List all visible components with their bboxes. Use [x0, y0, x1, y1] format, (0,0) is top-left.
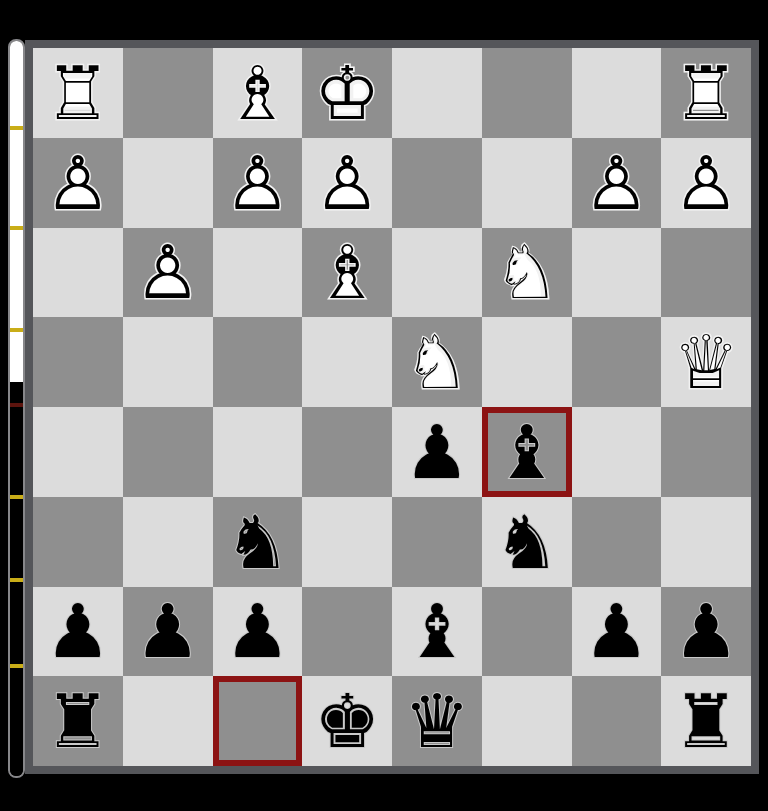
square-b8[interactable] [572, 676, 662, 766]
square-g8[interactable] [123, 676, 213, 766]
square-h2[interactable]: ♟♙ [33, 138, 123, 228]
square-g1[interactable] [123, 48, 213, 138]
square-b3[interactable] [572, 228, 662, 318]
black-rook[interactable] [661, 676, 751, 766]
eval-tick [10, 226, 23, 230]
black-pawn[interactable] [213, 587, 303, 677]
square-e1[interactable]: ♚♔ [302, 48, 392, 138]
square-c8[interactable] [482, 676, 572, 766]
eval-tick [10, 664, 23, 668]
eval-tick [10, 495, 23, 499]
square-a7[interactable]: ♟ [661, 587, 751, 677]
white-king[interactable] [302, 48, 392, 138]
evaluation-bar [8, 39, 25, 778]
white-knight[interactable] [482, 228, 572, 318]
square-g7[interactable]: ♟ [123, 587, 213, 677]
white-knight[interactable] [392, 317, 482, 407]
black-pawn[interactable] [123, 587, 213, 677]
square-e7[interactable] [302, 587, 392, 677]
square-a1[interactable]: ♜♖ [661, 48, 751, 138]
white-pawn[interactable] [572, 138, 662, 228]
eval-tick [10, 578, 23, 582]
black-pawn[interactable] [33, 587, 123, 677]
square-c1[interactable] [482, 48, 572, 138]
white-rook[interactable] [661, 48, 751, 138]
square-h6[interactable] [33, 497, 123, 587]
chess-app-screen: ♜♖♝♗♚♔♜♖♟♙♟♙♟♙♟♙♟♙♟♙♝♗♞♘♞♘♛♕♟♝♞♞♟♟♟♝♟♟♜♚… [0, 0, 768, 811]
black-pawn[interactable] [661, 587, 751, 677]
square-g4[interactable] [123, 317, 213, 407]
square-a6[interactable] [661, 497, 751, 587]
square-c3[interactable]: ♞♘ [482, 228, 572, 318]
eval-center-tick [10, 403, 23, 407]
square-c7[interactable] [482, 587, 572, 677]
chess-board: ♜♖♝♗♚♔♜♖♟♙♟♙♟♙♟♙♟♙♟♙♝♗♞♘♞♘♛♕♟♝♞♞♟♟♟♝♟♟♜♚… [33, 48, 751, 766]
square-f7[interactable]: ♟ [213, 587, 303, 677]
square-b5[interactable] [572, 407, 662, 497]
square-f4[interactable] [213, 317, 303, 407]
white-bishop[interactable] [302, 228, 392, 318]
black-king[interactable] [302, 676, 392, 766]
square-d2[interactable] [392, 138, 482, 228]
square-d4[interactable]: ♞♘ [392, 317, 482, 407]
square-b7[interactable]: ♟ [572, 587, 662, 677]
square-g2[interactable] [123, 138, 213, 228]
black-queen[interactable] [392, 676, 482, 766]
white-queen[interactable] [661, 317, 751, 407]
black-bishop[interactable] [392, 587, 482, 677]
square-h5[interactable] [33, 407, 123, 497]
square-e3[interactable]: ♝♗ [302, 228, 392, 318]
square-c4[interactable] [482, 317, 572, 407]
square-f1[interactable]: ♝♗ [213, 48, 303, 138]
square-h7[interactable]: ♟ [33, 587, 123, 677]
square-d7[interactable]: ♝ [392, 587, 482, 677]
square-d1[interactable] [392, 48, 482, 138]
square-a5[interactable] [661, 407, 751, 497]
eval-tick [10, 126, 23, 130]
square-b2[interactable]: ♟♙ [572, 138, 662, 228]
square-g5[interactable] [123, 407, 213, 497]
square-f5[interactable] [213, 407, 303, 497]
white-pawn[interactable] [123, 228, 213, 318]
white-pawn[interactable] [302, 138, 392, 228]
square-c5[interactable]: ♝ [482, 407, 572, 497]
square-b6[interactable] [572, 497, 662, 587]
square-e8[interactable]: ♚ [302, 676, 392, 766]
square-a4[interactable]: ♛♕ [661, 317, 751, 407]
square-e4[interactable] [302, 317, 392, 407]
square-g3[interactable]: ♟♙ [123, 228, 213, 318]
square-e6[interactable] [302, 497, 392, 587]
square-h1[interactable]: ♜♖ [33, 48, 123, 138]
black-knight[interactable] [482, 497, 572, 587]
square-a2[interactable]: ♟♙ [661, 138, 751, 228]
square-e5[interactable] [302, 407, 392, 497]
black-knight[interactable] [213, 497, 303, 587]
square-c2[interactable] [482, 138, 572, 228]
square-b1[interactable] [572, 48, 662, 138]
black-pawn[interactable] [392, 407, 482, 497]
square-d6[interactable] [392, 497, 482, 587]
black-rook[interactable] [33, 676, 123, 766]
square-h3[interactable] [33, 228, 123, 318]
eval-tick [10, 328, 23, 332]
square-g6[interactable] [123, 497, 213, 587]
square-f6[interactable]: ♞ [213, 497, 303, 587]
square-a3[interactable] [661, 228, 751, 318]
square-f3[interactable] [213, 228, 303, 318]
black-pawn[interactable] [572, 587, 662, 677]
white-pawn[interactable] [33, 138, 123, 228]
square-f8[interactable] [213, 676, 303, 766]
square-e2[interactable]: ♟♙ [302, 138, 392, 228]
square-d3[interactable] [392, 228, 482, 318]
chess-board-frame: ♜♖♝♗♚♔♜♖♟♙♟♙♟♙♟♙♟♙♟♙♝♗♞♘♞♘♛♕♟♝♞♞♟♟♟♝♟♟♜♚… [25, 40, 759, 774]
square-h8[interactable]: ♜ [33, 676, 123, 766]
black-bishop[interactable] [482, 407, 572, 497]
square-a8[interactable]: ♜ [661, 676, 751, 766]
square-h4[interactable] [33, 317, 123, 407]
square-b4[interactable] [572, 317, 662, 407]
square-f2[interactable]: ♟♙ [213, 138, 303, 228]
white-rook[interactable] [33, 48, 123, 138]
white-pawn[interactable] [661, 138, 751, 228]
square-d8[interactable]: ♛ [392, 676, 482, 766]
white-bishop[interactable] [213, 48, 303, 138]
square-d5[interactable]: ♟ [392, 407, 482, 497]
square-c6[interactable]: ♞ [482, 497, 572, 587]
white-pawn[interactable] [213, 138, 303, 228]
